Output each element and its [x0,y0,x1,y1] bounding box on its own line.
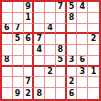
cell-r7c7-empty[interactable] [67,67,78,78]
cell-r1c6-given: 7 [56,2,67,13]
cell-r5c5-empty[interactable] [45,45,56,56]
cell-r2c1-empty[interactable] [2,13,13,24]
cell-r6c9-empty[interactable] [88,56,99,67]
cell-r9c8-empty[interactable] [77,88,88,99]
cell-r3c1-given: 6 [2,24,13,35]
cell-r2c2-empty[interactable] [13,13,24,24]
cell-r2c4-empty[interactable] [34,13,45,24]
cell-r6c3-empty[interactable] [24,56,35,67]
cell-r7c3-empty[interactable] [24,67,35,78]
cell-r2c8-empty[interactable] [77,13,88,24]
cell-r8c4-empty[interactable] [34,77,45,88]
cell-r7c9-given: 1 [88,67,99,78]
cell-r8c9-empty[interactable] [88,77,99,88]
cell-r7c1-empty[interactable] [2,67,13,78]
cell-r3c3-empty[interactable] [24,24,35,35]
cell-r6c4-empty[interactable] [34,56,45,67]
cell-r4c4-given: 7 [34,34,45,45]
cell-r2c7-given: 8 [67,13,78,24]
cell-r1c8-given: 4 [77,2,88,13]
cell-r4c9-given: 2 [88,34,99,45]
cell-r7c2-empty[interactable] [13,67,24,78]
cell-r1c2-empty[interactable] [13,2,24,13]
cell-r1c5-empty[interactable] [45,2,56,13]
cell-r9c4-given: 8 [34,88,45,99]
cell-r5c7-empty[interactable] [67,45,78,56]
cell-r2c9-empty[interactable] [88,13,99,24]
cell-r3c2-given: 7 [13,24,24,35]
cell-r7c5-given: 2 [45,67,56,78]
cell-r5c6-given: 8 [56,45,67,56]
cell-r2c5-empty[interactable] [45,13,56,24]
cell-r5c2-empty[interactable] [13,45,24,56]
cell-r4c7-empty[interactable] [67,34,78,45]
cell-r1c4-empty[interactable] [34,2,45,13]
cell-r6c7-given: 3 [67,56,78,67]
cell-r2c3-given: 1 [24,13,35,24]
cell-r4c8-empty[interactable] [77,34,88,45]
cell-r6c6-given: 5 [56,56,67,67]
cell-r6c2-empty[interactable] [13,56,24,67]
cell-r4c2-given: 5 [13,34,24,45]
cell-r9c1-empty[interactable] [2,88,13,99]
cell-r7c6-empty[interactable] [56,67,67,78]
cell-r1c3-given: 9 [24,2,35,13]
cell-r5c4-given: 4 [34,45,45,56]
cell-r5c8-empty[interactable] [77,45,88,56]
cell-r1c1-empty[interactable] [2,2,13,13]
cell-r5c3-empty[interactable] [24,45,35,56]
cell-r2c6-empty[interactable] [56,13,67,24]
cell-r4c3-given: 6 [24,34,35,45]
cell-r9c2-given: 9 [13,88,24,99]
cell-r9c6-empty[interactable] [56,88,67,99]
cell-r8c6-empty[interactable] [56,77,67,88]
cell-r9c3-given: 2 [24,88,35,99]
cell-r6c1-given: 8 [2,56,13,67]
cell-r3c6-empty[interactable] [56,24,67,35]
cell-r4c1-empty[interactable] [2,34,13,45]
cell-r1c7-given: 5 [67,2,78,13]
sudoku-board: 9754186745672488536231729286 [0,0,101,101]
cell-r3c7-empty[interactable] [67,24,78,35]
cell-r3c9-empty[interactable] [88,24,99,35]
cell-r6c8-given: 6 [77,56,88,67]
cell-r1c9-empty[interactable] [88,2,99,13]
cell-r8c5-empty[interactable] [45,77,56,88]
cell-r9c5-empty[interactable] [45,88,56,99]
cell-r4c6-empty[interactable] [56,34,67,45]
cell-r3c5-given: 4 [45,24,56,35]
cell-r3c4-empty[interactable] [34,24,45,35]
cell-r4c5-empty[interactable] [45,34,56,45]
cell-r7c8-given: 3 [77,67,88,78]
cell-r9c9-empty[interactable] [88,88,99,99]
cell-r7c4-empty[interactable] [34,67,45,78]
cell-r5c9-empty[interactable] [88,45,99,56]
cell-r8c1-empty[interactable] [2,77,13,88]
cell-r3c8-empty[interactable] [77,24,88,35]
cell-r8c2-empty[interactable] [13,77,24,88]
cell-r6c5-empty[interactable] [45,56,56,67]
cell-r8c7-given: 2 [67,77,78,88]
cell-r8c8-empty[interactable] [77,77,88,88]
cell-r8c3-given: 7 [24,77,35,88]
cell-r9c7-given: 6 [67,88,78,99]
cell-r5c1-empty[interactable] [2,45,13,56]
